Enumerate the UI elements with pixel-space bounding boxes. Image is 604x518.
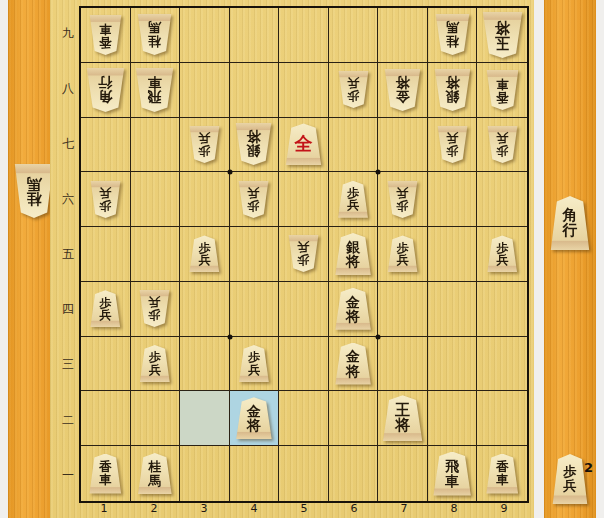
piece-kanji: 車 <box>148 75 162 89</box>
square-8八[interactable]: 銀将 <box>428 63 478 118</box>
square-4七[interactable]: 銀将 <box>230 118 280 173</box>
rank-label-二: 二 <box>58 393 78 448</box>
piece-kanji: 馬 <box>148 474 161 487</box>
piece-kanji: 桂 <box>148 460 161 473</box>
square-6八[interactable]: 歩兵 <box>329 63 379 118</box>
square-6七[interactable] <box>329 118 379 173</box>
square-9六[interactable] <box>477 172 527 227</box>
piece-kanji: 角 <box>98 90 112 104</box>
square-1六[interactable]: 歩兵 <box>81 172 131 227</box>
piece-金将-7八[interactable]: 金将 <box>384 69 421 111</box>
square-4八[interactable] <box>230 63 280 118</box>
square-5三[interactable] <box>279 337 329 392</box>
square-8七[interactable]: 歩兵 <box>428 118 478 173</box>
piece-kanji: 歩 <box>198 144 210 156</box>
star-point <box>376 334 381 339</box>
piece-kanji: 馬 <box>148 22 161 35</box>
square-6六[interactable]: 歩兵 <box>329 172 379 227</box>
piece-歩兵-3七[interactable]: 歩兵 <box>189 126 220 163</box>
square-3四[interactable] <box>180 282 230 337</box>
piece-kanji: 兵 <box>446 132 458 144</box>
square-9九[interactable]: 玉将 <box>477 8 527 63</box>
piece-歩兵-3五[interactable]: 歩兵 <box>189 235 220 272</box>
piece-角行[interactable]: 角行 <box>550 196 590 250</box>
piece-香車-1一[interactable]: 香車 <box>89 454 122 494</box>
square-2一[interactable]: 桂馬 <box>131 446 181 501</box>
square-7四[interactable] <box>378 282 428 337</box>
square-4六[interactable]: 歩兵 <box>230 172 280 227</box>
square-2六[interactable] <box>131 172 181 227</box>
rank-labels: 九八七六五四三二一 <box>58 6 78 503</box>
piece-kanji: 歩 <box>149 351 161 363</box>
piece-kanji: 飛 <box>148 90 162 104</box>
piece-桂馬-8九[interactable]: 桂馬 <box>435 14 470 55</box>
piece-玉将-9九[interactable]: 玉将 <box>482 12 523 58</box>
square-7八[interactable]: 金将 <box>378 63 428 118</box>
piece-kanji: 金 <box>396 90 410 104</box>
piece-kanji: 兵 <box>149 297 161 309</box>
square-5四[interactable] <box>279 282 329 337</box>
rank-label-一: 一 <box>58 448 78 503</box>
square-6二[interactable] <box>329 391 379 446</box>
square-1七[interactable] <box>81 118 131 173</box>
square-4三[interactable]: 歩兵 <box>230 337 280 392</box>
piece-kanji: 馬 <box>446 22 459 35</box>
rank-label-六: 六 <box>58 172 78 227</box>
square-9八[interactable]: 香車 <box>477 63 527 118</box>
shogi-app-window: 桂馬 九八七六五四三二一 香車桂馬桂馬玉将角行飛車歩兵金将銀将香車歩兵銀将全歩兵… <box>0 0 604 518</box>
piece-kanji: 兵 <box>496 254 508 266</box>
star-point <box>227 170 232 175</box>
square-9三[interactable] <box>477 337 527 392</box>
square-7一[interactable] <box>378 446 428 501</box>
piece-kanji: 歩 <box>99 297 111 309</box>
file-label-8: 8 <box>429 502 479 517</box>
square-6九[interactable] <box>329 8 379 63</box>
piece-kanji: 車 <box>496 77 509 90</box>
board-grid: 香車桂馬桂馬玉将角行飛車歩兵金将銀将香車歩兵銀将全歩兵歩兵歩兵歩兵歩兵歩兵歩兵歩… <box>79 6 529 503</box>
square-9四[interactable] <box>477 282 527 337</box>
piece-kanji: 歩 <box>446 144 458 156</box>
gote-hand-tray: 角行歩兵2 <box>544 0 596 518</box>
piece-王将-7二[interactable]: 王将 <box>382 395 423 441</box>
piece-kanji: 兵 <box>99 309 111 321</box>
piece-kanji: 兵 <box>248 364 260 376</box>
piece-飛車-2八[interactable]: 飛車 <box>135 68 174 112</box>
rank-label-八: 八 <box>58 61 78 116</box>
piece-kanji: 飛 <box>445 459 459 473</box>
square-1二[interactable] <box>81 391 131 446</box>
file-label-3: 3 <box>179 502 229 517</box>
square-9五[interactable]: 歩兵 <box>477 227 527 282</box>
file-label-7: 7 <box>379 502 429 517</box>
square-5七[interactable]: 全 <box>279 118 329 173</box>
piece-歩兵-6八[interactable]: 歩兵 <box>338 71 369 108</box>
square-2三[interactable]: 歩兵 <box>131 337 181 392</box>
square-3五[interactable]: 歩兵 <box>180 227 230 282</box>
square-8五[interactable] <box>428 227 478 282</box>
piece-歩兵-5五[interactable]: 歩兵 <box>288 235 319 272</box>
piece-歩兵-6六[interactable]: 歩兵 <box>338 181 369 218</box>
piece-kanji: 兵 <box>198 254 210 266</box>
piece-kanji: 兵 <box>347 77 359 89</box>
square-5九[interactable] <box>279 8 329 63</box>
piece-kanji: 兵 <box>198 132 210 144</box>
square-4二[interactable]: 金将 <box>230 391 280 446</box>
board-panel: 九八七六五四三二一 香車桂馬桂馬玉将角行飛車歩兵金将銀将香車歩兵銀将全歩兵歩兵歩… <box>50 0 534 518</box>
piece-kanji: 歩 <box>347 90 359 102</box>
square-7二[interactable]: 王将 <box>378 391 428 446</box>
piece-kanji: 金 <box>346 295 360 309</box>
piece-kanji: 将 <box>247 418 261 432</box>
rank-label-九: 九 <box>58 6 78 61</box>
square-8二[interactable] <box>428 391 478 446</box>
piece-kanji: 将 <box>247 130 261 144</box>
piece-kanji: 銀 <box>346 240 360 254</box>
square-7三[interactable] <box>378 337 428 392</box>
piece-kanji: 将 <box>495 20 510 35</box>
square-5一[interactable] <box>279 446 329 501</box>
piece-kanji: 行 <box>98 75 112 89</box>
square-7九[interactable] <box>378 8 428 63</box>
square-4五[interactable] <box>230 227 280 282</box>
square-5二[interactable] <box>279 391 329 446</box>
piece-kanji: 兵 <box>563 479 577 493</box>
square-1八[interactable]: 角行 <box>81 63 131 118</box>
square-2四[interactable]: 歩兵 <box>131 282 181 337</box>
file-label-1: 1 <box>79 502 129 517</box>
piece-歩兵-2三[interactable]: 歩兵 <box>139 345 170 382</box>
rank-label-五: 五 <box>58 227 78 282</box>
square-6五[interactable]: 銀将 <box>329 227 379 282</box>
piece-kanji: 兵 <box>149 364 161 376</box>
rank-label-七: 七 <box>58 116 78 171</box>
square-3七[interactable]: 歩兵 <box>180 118 230 173</box>
star-point <box>227 334 232 339</box>
piece-香車-1九[interactable]: 香車 <box>89 15 122 55</box>
piece-歩兵-2四[interactable]: 歩兵 <box>139 290 170 327</box>
square-3一[interactable] <box>180 446 230 501</box>
square-6一[interactable] <box>329 446 379 501</box>
square-3二[interactable] <box>180 391 230 446</box>
piece-歩兵-4三[interactable]: 歩兵 <box>238 345 269 382</box>
piece-kanji: 金 <box>247 404 261 418</box>
square-8一[interactable]: 飛車 <box>428 446 478 501</box>
rank-label-四: 四 <box>58 282 78 337</box>
star-point <box>376 170 381 175</box>
piece-kanji: 兵 <box>347 199 359 211</box>
square-1三[interactable] <box>81 337 131 392</box>
square-8六[interactable] <box>428 172 478 227</box>
piece-kanji: 全 <box>294 135 312 153</box>
square-9七[interactable]: 歩兵 <box>477 118 527 173</box>
piece-kanji: 兵 <box>397 187 409 199</box>
piece-kanji: 将 <box>396 75 410 89</box>
piece-kanji: 歩 <box>496 144 508 156</box>
piece-kanji: 歩 <box>248 199 260 211</box>
square-4四[interactable] <box>230 282 280 337</box>
piece-kanji: 金 <box>346 349 360 363</box>
square-5八[interactable] <box>279 63 329 118</box>
piece-kanji: 兵 <box>248 187 260 199</box>
square-8四[interactable] <box>428 282 478 337</box>
square-3九[interactable] <box>180 8 230 63</box>
piece-kanji: 将 <box>346 309 360 323</box>
square-5六[interactable] <box>279 172 329 227</box>
file-label-2: 2 <box>129 502 179 517</box>
square-1五[interactable] <box>81 227 131 282</box>
square-4一[interactable] <box>230 446 280 501</box>
file-label-6: 6 <box>329 502 379 517</box>
square-1一[interactable]: 香車 <box>81 446 131 501</box>
piece-kanji: 歩 <box>297 254 309 266</box>
file-labels: 123456789 <box>79 502 529 517</box>
piece-kanji: 兵 <box>99 187 111 199</box>
square-2二[interactable] <box>131 391 181 446</box>
piece-香車-9八[interactable]: 香車 <box>486 70 519 110</box>
piece-角行-1八[interactable]: 角行 <box>86 68 125 112</box>
square-9二[interactable] <box>477 391 527 446</box>
piece-歩兵-8七[interactable]: 歩兵 <box>437 126 468 163</box>
piece-kanji: 銀 <box>445 90 459 104</box>
rank-label-三: 三 <box>58 337 78 392</box>
square-7六[interactable]: 歩兵 <box>378 172 428 227</box>
square-2七[interactable] <box>131 118 181 173</box>
piece-歩兵-7五[interactable]: 歩兵 <box>387 235 418 272</box>
piece-銀将-4七[interactable]: 銀将 <box>235 123 272 165</box>
piece-桂馬-2一[interactable]: 桂馬 <box>137 453 172 494</box>
piece-歩兵-9七[interactable]: 歩兵 <box>487 126 518 163</box>
piece-歩兵-9五[interactable]: 歩兵 <box>487 235 518 272</box>
piece-香車-9一[interactable]: 香車 <box>486 454 519 494</box>
piece-kanji: 歩 <box>149 309 161 321</box>
square-1四[interactable]: 歩兵 <box>81 282 131 337</box>
piece-金将-4二[interactable]: 金将 <box>235 397 272 439</box>
piece-全-5七[interactable]: 全 <box>285 123 322 165</box>
square-6四[interactable]: 金将 <box>329 282 379 337</box>
piece-kanji: 車 <box>99 22 112 35</box>
piece-kanji: 兵 <box>496 132 508 144</box>
piece-歩兵-7六[interactable]: 歩兵 <box>387 181 418 218</box>
file-label-5: 5 <box>279 502 329 517</box>
piece-kanji: 馬 <box>27 176 42 191</box>
piece-kanji: 将 <box>346 254 360 268</box>
piece-歩兵-1六[interactable]: 歩兵 <box>90 181 121 218</box>
piece-kanji: 兵 <box>297 242 309 254</box>
piece-kanji: 車 <box>445 474 459 488</box>
piece-金将-6四[interactable]: 金将 <box>335 288 372 330</box>
piece-kanji: 桂 <box>446 35 459 48</box>
piece-kanji: 歩 <box>397 199 409 211</box>
square-8九[interactable]: 桂馬 <box>428 8 478 63</box>
square-9一[interactable]: 香車 <box>477 446 527 501</box>
piece-kanji: 銀 <box>247 144 261 158</box>
piece-桂馬-2九[interactable]: 桂馬 <box>137 14 172 55</box>
piece-kanji: 玉 <box>495 35 510 50</box>
square-2八[interactable]: 飛車 <box>131 63 181 118</box>
square-6三[interactable]: 金将 <box>329 337 379 392</box>
square-2五[interactable] <box>131 227 181 282</box>
piece-kanji: 車 <box>99 474 112 487</box>
piece-桂馬[interactable]: 桂馬 <box>14 164 54 218</box>
piece-kanji: 将 <box>395 418 410 433</box>
piece-kanji: 将 <box>445 75 459 89</box>
piece-金将-6三[interactable]: 金将 <box>335 343 372 385</box>
square-3八[interactable] <box>180 63 230 118</box>
square-5五[interactable]: 歩兵 <box>279 227 329 282</box>
piece-kanji: 桂 <box>27 191 42 206</box>
piece-歩兵-1四[interactable]: 歩兵 <box>90 290 121 327</box>
piece-kanji: 将 <box>346 364 360 378</box>
square-7七[interactable] <box>378 118 428 173</box>
piece-kanji: 兵 <box>397 254 409 266</box>
square-2九[interactable]: 桂馬 <box>131 8 181 63</box>
square-4九[interactable] <box>230 8 280 63</box>
square-3三[interactable] <box>180 337 230 392</box>
square-1九[interactable]: 香車 <box>81 8 131 63</box>
piece-kanji: 桂 <box>148 35 161 48</box>
piece-kanji: 歩 <box>248 351 260 363</box>
file-label-9: 9 <box>479 502 529 517</box>
piece-kanji: 車 <box>496 474 509 487</box>
square-7五[interactable]: 歩兵 <box>378 227 428 282</box>
file-label-4: 4 <box>229 502 279 517</box>
hand-piece-count: 2 <box>584 460 593 475</box>
square-3六[interactable] <box>180 172 230 227</box>
piece-銀将-8八[interactable]: 銀将 <box>434 69 471 111</box>
piece-歩兵-4六[interactable]: 歩兵 <box>238 181 269 218</box>
piece-kanji: 歩 <box>99 199 111 211</box>
piece-飛車-8一[interactable]: 飛車 <box>433 452 472 496</box>
square-8三[interactable] <box>428 337 478 392</box>
piece-歩兵[interactable]: 歩兵 <box>552 454 588 504</box>
piece-kanji: 行 <box>563 223 578 238</box>
piece-銀将-6五[interactable]: 銀将 <box>335 233 372 275</box>
